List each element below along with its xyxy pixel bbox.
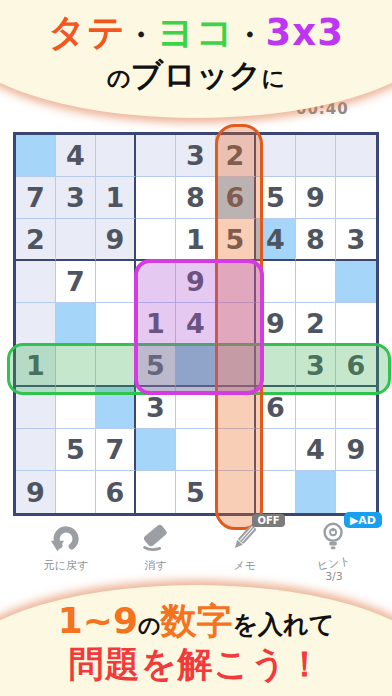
cell-r3c6[interactable]: 5 bbox=[216, 219, 256, 261]
tutorial-bottom-line1: 1~9の数字を入れて bbox=[0, 598, 392, 643]
cell-r6c6[interactable] bbox=[216, 345, 256, 387]
cell-r5c6[interactable] bbox=[216, 303, 256, 345]
cell-r8c1[interactable] bbox=[16, 429, 56, 471]
cell-r4c9[interactable] bbox=[336, 261, 376, 303]
cell-r6c5[interactable] bbox=[176, 345, 216, 387]
cell-r4c8[interactable] bbox=[296, 261, 336, 303]
cell-r6c3[interactable] bbox=[96, 345, 136, 387]
cell-r1c2[interactable]: 4 bbox=[56, 135, 96, 177]
cell-r5c3[interactable] bbox=[96, 303, 136, 345]
cell-r7c1[interactable] bbox=[16, 387, 56, 429]
undo-button[interactable]: 元に戻す bbox=[30, 520, 102, 578]
cell-r4c1[interactable] bbox=[16, 261, 56, 303]
cell-r6c1[interactable]: 1 bbox=[16, 345, 56, 387]
cell-r9c6[interactable] bbox=[216, 471, 256, 513]
sudoku-board: 432731865929154837914921536365749965 bbox=[13, 132, 379, 516]
cell-r5c4[interactable]: 1 bbox=[136, 303, 176, 345]
cell-r2c4[interactable] bbox=[136, 177, 176, 219]
cell-r1c1[interactable] bbox=[16, 135, 56, 177]
cell-r2c1[interactable]: 7 bbox=[16, 177, 56, 219]
cell-r2c2[interactable]: 3 bbox=[56, 177, 96, 219]
eraser-icon bbox=[138, 520, 172, 556]
cell-r9c1[interactable]: 9 bbox=[16, 471, 56, 513]
cell-r7c5[interactable] bbox=[176, 387, 216, 429]
title-vertical: タテ bbox=[48, 11, 126, 54]
cell-r1c7[interactable] bbox=[256, 135, 296, 177]
cell-r1c4[interactable] bbox=[136, 135, 176, 177]
cell-r3c5[interactable]: 1 bbox=[176, 219, 216, 261]
cell-r4c7[interactable] bbox=[256, 261, 296, 303]
cell-r8c4[interactable] bbox=[136, 429, 176, 471]
cell-r9c8[interactable] bbox=[296, 471, 336, 513]
sudoku-app-page: 00:40 4327318659291548379149215363657499… bbox=[0, 0, 392, 696]
undo-icon bbox=[49, 520, 83, 556]
cell-r4c3[interactable] bbox=[96, 261, 136, 303]
hint-ad-badge: ▶AD bbox=[344, 512, 382, 528]
cell-r6c8[interactable]: 3 bbox=[296, 345, 336, 387]
cell-r8c3[interactable]: 7 bbox=[96, 429, 136, 471]
top-tutorial-text: タテ・ヨコ・3x3 のブロックに bbox=[0, 12, 392, 93]
memo-button[interactable]: OFF メモ bbox=[209, 520, 281, 578]
hint-button[interactable]: ▶AD ヒント 3/3 bbox=[298, 520, 370, 578]
cell-r9c5[interactable]: 5 bbox=[176, 471, 216, 513]
cell-r3c7[interactable]: 4 bbox=[256, 219, 296, 261]
cell-r2c3[interactable]: 1 bbox=[96, 177, 136, 219]
cell-r9c2[interactable] bbox=[56, 471, 96, 513]
cell-r3c3[interactable]: 9 bbox=[96, 219, 136, 261]
cell-r5c5[interactable]: 4 bbox=[176, 303, 216, 345]
toolbar: 元に戻す 消す OFF bbox=[30, 520, 370, 578]
cell-r7c6[interactable] bbox=[216, 387, 256, 429]
cell-r2c9[interactable] bbox=[336, 177, 376, 219]
erase-button[interactable]: 消す bbox=[119, 520, 191, 578]
cell-r8c6[interactable] bbox=[216, 429, 256, 471]
cell-r5c9[interactable] bbox=[336, 303, 376, 345]
cell-r1c9[interactable] bbox=[336, 135, 376, 177]
cell-r1c3[interactable] bbox=[96, 135, 136, 177]
erase-label: 消す bbox=[144, 558, 166, 573]
cell-r3c4[interactable] bbox=[136, 219, 176, 261]
cell-r2c6[interactable]: 6 bbox=[216, 177, 256, 219]
cell-r7c2[interactable] bbox=[56, 387, 96, 429]
cell-r3c8[interactable]: 8 bbox=[296, 219, 336, 261]
cell-r6c4[interactable]: 5 bbox=[136, 345, 176, 387]
cell-r4c5[interactable]: 9 bbox=[176, 261, 216, 303]
undo-label: 元に戻す bbox=[44, 558, 89, 573]
cell-r3c9[interactable]: 3 bbox=[336, 219, 376, 261]
cell-r1c8[interactable] bbox=[296, 135, 336, 177]
cell-r6c7[interactable] bbox=[256, 345, 296, 387]
memo-off-badge: OFF bbox=[252, 514, 284, 527]
cell-r9c4[interactable] bbox=[136, 471, 176, 513]
cell-r1c6[interactable]: 2 bbox=[216, 135, 256, 177]
cell-r5c7[interactable]: 9 bbox=[256, 303, 296, 345]
cell-r7c8[interactable] bbox=[296, 387, 336, 429]
cell-r5c2[interactable] bbox=[56, 303, 96, 345]
cell-r6c2[interactable] bbox=[56, 345, 96, 387]
cell-r1c5[interactable]: 3 bbox=[176, 135, 216, 177]
cell-r4c6[interactable] bbox=[216, 261, 256, 303]
cell-r7c9[interactable] bbox=[336, 387, 376, 429]
hint-label: ヒント bbox=[316, 553, 352, 573]
memo-label: メモ bbox=[233, 558, 256, 573]
cell-r6c9[interactable]: 6 bbox=[336, 345, 376, 387]
cell-r3c1[interactable]: 2 bbox=[16, 219, 56, 261]
cell-r7c7[interactable]: 6 bbox=[256, 387, 296, 429]
cell-r3c2[interactable] bbox=[56, 219, 96, 261]
cell-r9c3[interactable]: 6 bbox=[96, 471, 136, 513]
cell-r5c8[interactable]: 2 bbox=[296, 303, 336, 345]
cell-r8c2[interactable]: 5 bbox=[56, 429, 96, 471]
title-3x3: 3x3 bbox=[266, 11, 344, 54]
cell-r8c8[interactable]: 4 bbox=[296, 429, 336, 471]
cell-r8c7[interactable] bbox=[256, 429, 296, 471]
cell-r7c3[interactable] bbox=[96, 387, 136, 429]
cell-r2c5[interactable]: 8 bbox=[176, 177, 216, 219]
tutorial-bottom-line2: 問題を解こう！ bbox=[0, 643, 392, 687]
tutorial-title-line2: のブロックに bbox=[0, 57, 392, 94]
cell-r9c9[interactable] bbox=[336, 471, 376, 513]
cell-r2c8[interactable]: 9 bbox=[296, 177, 336, 219]
bottom-tutorial-text: 1~9の数字を入れて 問題を解こう！ bbox=[0, 598, 392, 687]
sudoku-grid: 432731865929154837914921536365749965 bbox=[16, 135, 376, 513]
cell-r2c7[interactable]: 5 bbox=[256, 177, 296, 219]
hint-count: 3/3 bbox=[325, 571, 343, 582]
cell-r9c7[interactable] bbox=[256, 471, 296, 513]
cell-r4c2[interactable]: 7 bbox=[56, 261, 96, 303]
cell-r8c9[interactable]: 9 bbox=[336, 429, 376, 471]
cell-r5c1[interactable] bbox=[16, 303, 56, 345]
cell-r8c5[interactable] bbox=[176, 429, 216, 471]
title-horizontal: ヨコ bbox=[157, 11, 235, 54]
tutorial-title-line1: タテ・ヨコ・3x3 bbox=[0, 12, 392, 55]
cell-r4c4[interactable] bbox=[136, 261, 176, 303]
cell-r7c4[interactable]: 3 bbox=[136, 387, 176, 429]
